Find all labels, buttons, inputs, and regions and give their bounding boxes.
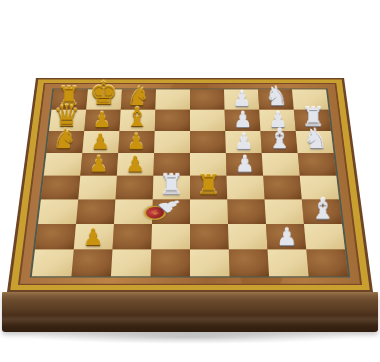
gold-queen-g8: ♛ (49, 101, 84, 131)
square-d6 (115, 176, 153, 200)
square-f1: ♞ (296, 131, 334, 153)
square-h8: ♜ (52, 89, 88, 109)
gold-king-h7: ♚ (86, 77, 121, 109)
square-b5 (151, 224, 190, 250)
square-g4 (190, 110, 225, 131)
gold-rook-h8: ♜ (52, 83, 87, 109)
gold-knight-h6: ♞ (121, 83, 156, 109)
square-h4 (190, 89, 225, 109)
square-b4 (190, 224, 229, 250)
silver-pawn-g2: ♟ (260, 109, 295, 130)
silver-pawn-g3: ♟ (225, 109, 260, 130)
square-a5 (150, 250, 190, 277)
square-e4 (190, 153, 227, 176)
square-h3: ♟ (224, 89, 259, 109)
square-f2: ♝ (260, 131, 297, 153)
square-g1: ♜ (294, 110, 331, 131)
square-c7 (76, 199, 115, 224)
square-a2 (267, 250, 308, 277)
square-a4 (190, 250, 230, 277)
gold-pawn-b7: ♟ (74, 226, 113, 249)
square-a3 (229, 250, 269, 277)
square-b1 (304, 224, 345, 250)
square-e7: ♟ (80, 153, 118, 176)
silver-pawn-e3: ♟ (227, 153, 264, 175)
square-f3: ♟ (225, 131, 262, 153)
gold-pawn-f7: ♟ (82, 131, 118, 153)
square-g7: ♟ (84, 110, 120, 131)
silver-pawn-b2: ♟ (267, 226, 306, 249)
square-e1 (298, 153, 337, 176)
silver-pawn-h3: ♟ (225, 89, 260, 110)
board-base-plinth (2, 292, 378, 332)
square-b6 (113, 224, 153, 250)
gold-pawn-g7: ♟ (84, 109, 119, 130)
square-f6: ♟ (118, 131, 155, 153)
square-b8 (35, 224, 76, 250)
gold-pawn-e6: ♟ (117, 153, 154, 175)
square-c8 (38, 199, 78, 224)
gold-rook-d4: ♜ (190, 171, 227, 199)
square-e3: ♟ (226, 153, 263, 176)
square-f8: ♞ (46, 131, 84, 153)
chess-board: ♜♚♞♟♞♛♟♝♟♟♜♞♟♟♟♝♞♟♟♟♜♜♟♝♟♟ (7, 78, 373, 292)
square-c5: ♟ (152, 199, 190, 224)
board-grid: ♜♚♞♟♞♛♟♝♟♟♜♞♟♟♟♝♞♟♟♟♜♜♟♝♟♟ (30, 88, 351, 277)
square-e8 (44, 153, 83, 176)
square-h5 (155, 89, 190, 109)
square-g5 (155, 110, 190, 131)
square-b2: ♟ (266, 224, 306, 250)
silver-bishop-c1: ♝ (304, 195, 342, 223)
square-d1 (300, 176, 339, 200)
square-g3: ♟ (225, 110, 261, 131)
square-b7: ♟ (74, 224, 114, 250)
square-c3 (227, 199, 266, 224)
board-shadow (26, 330, 354, 344)
square-b3 (228, 224, 268, 250)
square-c2 (265, 199, 304, 224)
square-d8 (41, 176, 80, 200)
square-d2 (263, 176, 302, 200)
square-d7 (78, 176, 117, 200)
square-a1 (306, 250, 348, 277)
square-a6 (111, 250, 151, 277)
square-a8 (32, 250, 74, 277)
square-f7: ♟ (82, 131, 119, 153)
square-d3 (227, 176, 265, 200)
square-h1 (292, 89, 328, 109)
gold-pawn-f6: ♟ (118, 131, 154, 153)
square-a7 (71, 250, 112, 277)
square-e5 (153, 153, 190, 176)
square-f4 (190, 131, 226, 153)
square-f5 (154, 131, 190, 153)
square-h7: ♚ (86, 89, 122, 109)
square-g6: ♝ (120, 110, 156, 131)
square-h2: ♞ (258, 89, 294, 109)
square-c1: ♝ (302, 199, 342, 224)
square-h6: ♞ (121, 89, 156, 109)
square-d4: ♜ (190, 176, 227, 200)
silver-knight-h2: ♞ (259, 83, 294, 109)
square-c4 (190, 199, 228, 224)
square-e6: ♟ (117, 153, 154, 176)
square-g2: ♟ (259, 110, 295, 131)
square-g8: ♛ (49, 110, 86, 131)
chess-set-photo: ♜♚♞♟♞♛♟♝♟♟♜♞♟♟♟♝♞♟♟♟♜♜♟♝♟♟ (0, 0, 380, 362)
silver-pawn-f3: ♟ (226, 131, 262, 153)
board-frame-burl: ♜♚♞♟♞♛♟♝♟♟♜♞♟♟♟♝♞♟♟♟♜♜♟♝♟♟ (7, 78, 373, 292)
gold-pawn-e7: ♟ (80, 153, 117, 175)
square-e2 (262, 153, 300, 176)
